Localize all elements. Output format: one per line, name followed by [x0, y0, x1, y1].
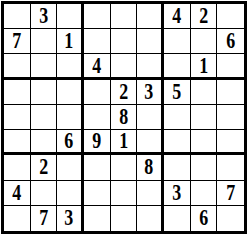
cell-r5c6[interactable]	[137, 105, 164, 130]
cell-r6c1[interactable]	[4, 130, 31, 155]
cell-r8c2[interactable]	[31, 181, 58, 206]
cell-r6c3[interactable]: 6	[57, 130, 84, 155]
cell-r1c7[interactable]: 4	[164, 4, 191, 29]
cell-r7c1[interactable]	[4, 155, 31, 180]
digit: 6	[65, 130, 74, 153]
cell-r1c8[interactable]: 2	[191, 4, 218, 29]
cell-r2c5[interactable]	[111, 29, 138, 54]
digit: 5	[172, 80, 181, 104]
sudoku-board: 34271641235869128437736	[1, 1, 247, 234]
cell-r7c6[interactable]: 8	[137, 155, 164, 180]
cell-r1c6[interactable]	[137, 4, 164, 29]
cell-r2c4[interactable]	[84, 29, 111, 54]
cell-r6c5[interactable]: 1	[111, 130, 138, 155]
cell-r7c4[interactable]	[84, 155, 111, 180]
cell-r8c3[interactable]	[57, 181, 84, 206]
digit: 7	[226, 181, 235, 205]
cell-r2c7[interactable]	[164, 29, 191, 54]
digit: 1	[199, 54, 208, 77]
cell-r7c8[interactable]	[191, 155, 218, 180]
cell-r8c7[interactable]: 3	[164, 181, 191, 206]
cell-r4c7[interactable]: 5	[164, 80, 191, 105]
cell-r3c3[interactable]	[57, 54, 84, 79]
digit: 8	[119, 105, 128, 129]
cell-r3c1[interactable]	[4, 54, 31, 79]
digit: 3	[65, 206, 74, 230]
digit: 1	[119, 130, 128, 153]
digit: 2	[119, 80, 128, 104]
cell-r4c6[interactable]: 3	[137, 80, 164, 105]
cell-r8c4[interactable]	[84, 181, 111, 206]
cell-r9c9[interactable]	[217, 206, 244, 231]
cell-r8c5[interactable]	[111, 181, 138, 206]
cell-r6c9[interactable]	[217, 130, 244, 155]
cell-r7c9[interactable]	[217, 155, 244, 180]
cell-r3c2[interactable]	[31, 54, 58, 79]
digit: 8	[145, 155, 154, 179]
digit: 9	[92, 130, 101, 153]
cell-r9c3[interactable]: 3	[57, 206, 84, 231]
cell-r5c7[interactable]	[164, 105, 191, 130]
cell-r3c6[interactable]	[137, 54, 164, 79]
cell-r7c5[interactable]	[111, 155, 138, 180]
cell-r4c8[interactable]	[191, 80, 218, 105]
cell-r4c4[interactable]	[84, 80, 111, 105]
cell-r9c6[interactable]	[137, 206, 164, 231]
cell-r3c9[interactable]	[217, 54, 244, 79]
cell-r5c3[interactable]	[57, 105, 84, 130]
cell-r2c2[interactable]	[31, 29, 58, 54]
cell-r6c8[interactable]	[191, 130, 218, 155]
cell-r6c2[interactable]	[31, 130, 58, 155]
cell-r6c4[interactable]: 9	[84, 130, 111, 155]
cell-r1c5[interactable]	[111, 4, 138, 29]
cell-r2c3[interactable]: 1	[57, 29, 84, 54]
digit: 1	[65, 29, 74, 53]
digit: 3	[39, 4, 48, 28]
digit: 6	[199, 206, 208, 230]
cell-r1c4[interactable]	[84, 4, 111, 29]
cell-r8c8[interactable]	[191, 181, 218, 206]
cell-r8c1[interactable]: 4	[4, 181, 31, 206]
cell-r5c2[interactable]	[31, 105, 58, 130]
digit: 4	[92, 54, 101, 77]
cell-r1c1[interactable]	[4, 4, 31, 29]
digit: 7	[39, 206, 48, 230]
cell-r9c5[interactable]	[111, 206, 138, 231]
cell-r9c7[interactable]	[164, 206, 191, 231]
cell-r6c7[interactable]	[164, 130, 191, 155]
digit: 6	[226, 29, 235, 53]
digit: 3	[145, 80, 154, 104]
cell-r3c5[interactable]	[111, 54, 138, 79]
cell-r3c4[interactable]: 4	[84, 54, 111, 79]
cell-r4c3[interactable]	[57, 80, 84, 105]
cell-r6c6[interactable]	[137, 130, 164, 155]
digit: 3	[172, 181, 181, 205]
cell-r7c2[interactable]: 2	[31, 155, 58, 180]
cell-r4c2[interactable]	[31, 80, 58, 105]
cell-r3c8[interactable]: 1	[191, 54, 218, 79]
digit: 7	[12, 29, 21, 53]
cell-r2c6[interactable]	[137, 29, 164, 54]
cell-r2c9[interactable]: 6	[217, 29, 244, 54]
cell-r9c8[interactable]: 6	[191, 206, 218, 231]
cell-r8c9[interactable]: 7	[217, 181, 244, 206]
digit: 4	[172, 4, 181, 28]
sudoku-image: 34271641235869128437736	[0, 0, 251, 241]
cell-r7c7[interactable]	[164, 155, 191, 180]
cell-r5c9[interactable]	[217, 105, 244, 130]
cell-r9c2[interactable]: 7	[31, 206, 58, 231]
cell-r2c1[interactable]: 7	[4, 29, 31, 54]
digit: 2	[199, 4, 208, 28]
cell-r4c9[interactable]	[217, 80, 244, 105]
cell-r3c7[interactable]	[164, 54, 191, 79]
digit: 2	[39, 155, 48, 179]
cell-r8c6[interactable]	[137, 181, 164, 206]
cell-r9c1[interactable]	[4, 206, 31, 231]
cell-r5c8[interactable]	[191, 105, 218, 130]
cell-r7c3[interactable]	[57, 155, 84, 180]
cell-r5c4[interactable]	[84, 105, 111, 130]
cell-r4c5[interactable]: 2	[111, 80, 138, 105]
digit: 4	[12, 181, 21, 205]
cell-r5c5[interactable]: 8	[111, 105, 138, 130]
cell-r1c9[interactable]	[217, 4, 244, 29]
cell-r5c1[interactable]	[4, 105, 31, 130]
cell-r1c3[interactable]	[57, 4, 84, 29]
cell-r9c4[interactable]	[84, 206, 111, 231]
cell-r1c2[interactable]: 3	[31, 4, 58, 29]
cell-r4c1[interactable]	[4, 80, 31, 105]
cell-r2c8[interactable]	[191, 29, 218, 54]
